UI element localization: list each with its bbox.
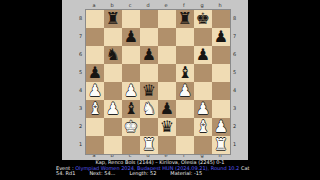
rank-label-4: 4 [77, 81, 84, 99]
rank-label-8: 8 [231, 9, 238, 27]
square-d8[interactable] [140, 10, 158, 28]
file-label-d: d [139, 1, 157, 9]
file-labels-top: abcdefgh [85, 1, 229, 9]
square-g8[interactable]: ♚ [194, 10, 212, 28]
white-rook-h1: ♜ [212, 136, 230, 154]
square-b5[interactable] [104, 64, 122, 82]
square-e5[interactable] [158, 64, 176, 82]
square-d6[interactable]: ♟ [140, 46, 158, 64]
square-a6[interactable] [86, 46, 104, 64]
rank-labels-left: 87654321 [77, 9, 84, 153]
square-f4[interactable]: ♟ [176, 82, 194, 100]
black-queen-d4: ♛ [140, 82, 158, 100]
square-e2[interactable]: ♛ [158, 118, 176, 136]
square-b7[interactable] [104, 28, 122, 46]
black-pawn-d6: ♟ [140, 46, 158, 64]
chess-board[interactable]: ♜♜♚♟♟♞♟♟♟♝♟♟♛♟♝♟♝♞♟♟♚♛♝♟♜♜ [85, 9, 231, 155]
square-e4[interactable] [158, 82, 176, 100]
black-pawn-h7: ♟ [212, 28, 230, 46]
rank-label-2: 2 [77, 117, 84, 135]
square-f6[interactable] [176, 46, 194, 64]
square-c8[interactable] [122, 10, 140, 28]
square-e6[interactable] [158, 46, 176, 64]
square-g6[interactable]: ♟ [194, 46, 212, 64]
black-knight-b6: ♞ [104, 46, 122, 64]
white-pawn-b3: ♟ [104, 100, 122, 118]
square-c1[interactable] [122, 136, 140, 154]
black-bishop-f5: ♝ [176, 64, 194, 82]
black-bishop-c3: ♝ [122, 100, 140, 118]
square-g7[interactable] [194, 28, 212, 46]
square-g2[interactable]: ♝ [194, 118, 212, 136]
square-g4[interactable] [194, 82, 212, 100]
game-caption: Kap, Renco Bols (2144) – Kirilova, Olesi… [0, 160, 320, 180]
square-a4[interactable]: ♟ [86, 82, 104, 100]
square-g1[interactable] [194, 136, 212, 154]
square-c3[interactable]: ♝ [122, 100, 140, 118]
square-a3[interactable]: ♝ [86, 100, 104, 118]
square-e3[interactable]: ♟ [158, 100, 176, 118]
square-a5[interactable]: ♟ [86, 64, 104, 82]
file-label-b: b [103, 1, 121, 9]
square-h8[interactable] [212, 10, 230, 28]
rank-label-5: 5 [77, 63, 84, 81]
square-f8[interactable]: ♜ [176, 10, 194, 28]
square-a2[interactable] [86, 118, 104, 136]
square-d5[interactable] [140, 64, 158, 82]
black-rook-f8: ♜ [176, 10, 194, 28]
material-balance: Material: -15 [170, 171, 202, 177]
square-h4[interactable] [212, 82, 230, 100]
square-f3[interactable] [176, 100, 194, 118]
rank-label-1: 1 [77, 135, 84, 153]
game-length: Length: 52 [129, 171, 156, 177]
square-c7[interactable]: ♟ [122, 28, 140, 46]
square-h1[interactable]: ♜ [212, 136, 230, 154]
black-queen-e2: ♛ [158, 118, 176, 136]
square-a1[interactable] [86, 136, 104, 154]
square-e8[interactable] [158, 10, 176, 28]
square-f1[interactable] [176, 136, 194, 154]
board-frame: abcdefgh 87654321 87654321 abcdefgh ♜♜♚♟… [62, 0, 248, 160]
black-pawn-g6: ♟ [194, 46, 212, 64]
rank-label-3: 3 [231, 99, 238, 117]
black-king-g8: ♚ [194, 10, 212, 28]
file-label-c: c [121, 1, 139, 9]
rank-labels-right: 87654321 [231, 9, 238, 153]
square-d3[interactable]: ♞ [140, 100, 158, 118]
square-h6[interactable] [212, 46, 230, 64]
square-f5[interactable]: ♝ [176, 64, 194, 82]
file-label-f: f [175, 1, 193, 9]
rank-label-2: 2 [231, 117, 238, 135]
square-d1[interactable]: ♜ [140, 136, 158, 154]
white-king-c2: ♚ [122, 118, 140, 136]
black-rook-b8: ♜ [104, 10, 122, 28]
square-e7[interactable] [158, 28, 176, 46]
white-pawn-f4: ♟ [176, 82, 194, 100]
square-h5[interactable] [212, 64, 230, 82]
square-d2[interactable] [140, 118, 158, 136]
black-pawn-a5: ♟ [86, 64, 104, 82]
white-knight-d3: ♞ [140, 100, 158, 118]
file-label-e: e [157, 1, 175, 9]
square-c4[interactable]: ♟ [122, 82, 140, 100]
square-h2[interactable]: ♟ [212, 118, 230, 136]
square-c5[interactable] [122, 64, 140, 82]
file-label-g: g [193, 1, 211, 9]
white-bishop-g2: ♝ [194, 118, 212, 136]
square-b1[interactable] [104, 136, 122, 154]
square-c2[interactable]: ♚ [122, 118, 140, 136]
file-label-a: a [85, 1, 103, 9]
rank-label-5: 5 [231, 63, 238, 81]
square-b2[interactable] [104, 118, 122, 136]
square-g5[interactable] [194, 64, 212, 82]
square-c6[interactable] [122, 46, 140, 64]
last-move: 54. Rd1 [56, 171, 75, 177]
file-label-h: h [211, 1, 229, 9]
next-move: Next: 54... [89, 171, 115, 177]
square-g3[interactable]: ♟ [194, 100, 212, 118]
square-d7[interactable] [140, 28, 158, 46]
rank-label-7: 7 [231, 27, 238, 45]
square-e1[interactable] [158, 136, 176, 154]
black-pawn-c7: ♟ [122, 28, 140, 46]
square-h3[interactable] [212, 100, 230, 118]
chess-diagram: abcdefgh 87654321 87654321 abcdefgh ♜♜♚♟… [0, 0, 320, 180]
square-a8[interactable] [86, 10, 104, 28]
white-rook-d1: ♜ [140, 136, 158, 154]
rank-label-8: 8 [77, 9, 84, 27]
square-b3[interactable]: ♟ [104, 100, 122, 118]
rank-label-6: 6 [231, 45, 238, 63]
square-a7[interactable] [86, 28, 104, 46]
rank-label-1: 1 [231, 135, 238, 153]
square-b6[interactable]: ♞ [104, 46, 122, 64]
square-h7[interactable]: ♟ [212, 28, 230, 46]
event-tail: Cat [239, 165, 249, 171]
square-b8[interactable]: ♜ [104, 10, 122, 28]
white-pawn-c4: ♟ [122, 82, 140, 100]
square-d4[interactable]: ♛ [140, 82, 158, 100]
black-pawn-e3: ♟ [158, 100, 176, 118]
rank-label-4: 4 [231, 81, 238, 99]
rank-label-7: 7 [77, 27, 84, 45]
white-bishop-a3: ♝ [86, 100, 104, 118]
white-pawn-a4: ♟ [86, 82, 104, 100]
rank-label-6: 6 [77, 45, 84, 63]
square-b4[interactable] [104, 82, 122, 100]
square-f2[interactable] [176, 118, 194, 136]
rank-label-3: 3 [77, 99, 84, 117]
move-info-line: 54. Rd1 Next: 54... Length: 52 Material:… [56, 171, 320, 177]
square-f7[interactable] [176, 28, 194, 46]
white-pawn-g3: ♟ [194, 100, 212, 118]
white-pawn-h2: ♟ [212, 118, 230, 136]
